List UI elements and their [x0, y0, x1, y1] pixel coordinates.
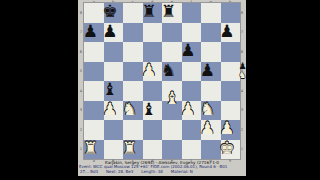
square-c7[interactable] — [123, 23, 143, 43]
black-pawn-f6[interactable]: ♟ — [178, 41, 198, 61]
chess-board: ♚♜♜♟♟♟♟♞♟♟♝♝♟♞♟♞♟♟♜♜♚♝ — [84, 3, 240, 159]
square-f1[interactable] — [182, 140, 202, 160]
rank-label-6: 6 — [240, 42, 245, 62]
black-pawn-a7[interactable]: ♟ — [81, 21, 101, 41]
move-status-line: 27... Bd3 Next: 28. Be3 Length: 38 Mater… — [78, 170, 246, 175]
square-b2[interactable] — [104, 120, 124, 140]
black-rook-d8[interactable]: ♜ — [139, 2, 159, 22]
black-bishop-b4[interactable]: ♝ — [100, 80, 120, 100]
square-a5[interactable] — [84, 62, 104, 82]
chess-diagram-panel: abcdefgh 87654321 87654321 ♚♜♜♟♟♟♟♞♟♟♝♝♟… — [78, 0, 246, 176]
white-pawn-h2[interactable]: ♟ — [217, 119, 237, 139]
white-rook-a1[interactable]: ♜ — [81, 138, 101, 158]
rank-label-5: 5 — [79, 62, 84, 82]
white-pawn-b3[interactable]: ♟ — [100, 99, 120, 119]
square-e7[interactable] — [162, 23, 182, 43]
game-caption: Karjakin, Sergey (2694) - Alekseev, Evge… — [78, 161, 246, 175]
rank-label-6: 6 — [79, 42, 84, 62]
square-h6[interactable] — [221, 42, 241, 62]
black-king-b8[interactable]: ♚ — [100, 2, 120, 22]
rank-label-1: 1 — [240, 140, 245, 160]
rank-label-7: 7 — [240, 23, 245, 43]
rank-label-2: 2 — [240, 120, 245, 140]
white-rook-c1[interactable]: ♜ — [120, 138, 140, 158]
square-d2[interactable] — [143, 120, 163, 140]
square-c6[interactable] — [123, 42, 143, 62]
square-d1[interactable] — [143, 140, 163, 160]
square-e1[interactable] — [162, 140, 182, 160]
current-move: 27... Bd3 — [80, 170, 98, 175]
black-knight-e5[interactable]: ♞ — [159, 60, 179, 80]
black-pawn-b7[interactable]: ♟ — [100, 21, 120, 41]
game-length: Length: 38 — [141, 170, 163, 175]
square-e2[interactable] — [162, 120, 182, 140]
black-rook-e8[interactable]: ♜ — [159, 2, 179, 22]
square-f8[interactable] — [182, 3, 202, 23]
square-h4[interactable] — [221, 81, 241, 101]
rank-labels-right: 87654321 — [240, 3, 245, 159]
square-d7[interactable] — [143, 23, 163, 43]
black-pawn-g5[interactable]: ♟ — [198, 60, 218, 80]
rank-label-3: 3 — [240, 101, 245, 121]
rank-label-8: 8 — [240, 3, 245, 23]
rank-label-3: 3 — [79, 101, 84, 121]
white-knight-g3[interactable]: ♞ — [198, 99, 218, 119]
square-b6[interactable] — [104, 42, 124, 62]
white-bishop-e3[interactable]: ♝ — [162, 89, 182, 109]
video-frame: abcdefgh 87654321 87654321 ♚♜♜♟♟♟♟♞♟♟♝♝♟… — [0, 0, 320, 180]
rank-label-4: 4 — [79, 81, 84, 101]
square-g8[interactable] — [201, 3, 221, 23]
material-white-knight: ♞ — [238, 71, 246, 80]
white-pawn-g2[interactable]: ♟ — [198, 119, 218, 139]
white-pawn-d5[interactable]: ♟ — [139, 60, 159, 80]
square-a6[interactable] — [84, 42, 104, 62]
rank-label-4: 4 — [240, 81, 245, 101]
white-knight-c3[interactable]: ♞ — [120, 99, 140, 119]
white-king-h1[interactable]: ♚ — [217, 138, 237, 158]
black-bishop-d3[interactable]: ♝ — [139, 99, 159, 119]
black-pawn-h7[interactable]: ♟ — [217, 21, 237, 41]
next-move: Next: 28. Be3 — [106, 170, 133, 175]
captured-material-tray: ♟♞ — [238, 62, 247, 80]
material-balance: Material: N — [171, 170, 193, 175]
